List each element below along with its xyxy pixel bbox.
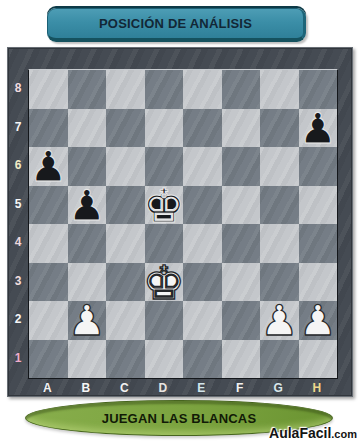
- piece-white-king[interactable]: ♚: [143, 259, 185, 306]
- square-e4[interactable]: [183, 224, 222, 263]
- square-e3[interactable]: [183, 263, 222, 302]
- square-e8[interactable]: [183, 70, 222, 109]
- rank-label-7: 7: [8, 108, 28, 147]
- credit-name: AulaFacil: [269, 425, 331, 441]
- square-f5[interactable]: [222, 186, 261, 225]
- square-a2[interactable]: [29, 301, 68, 340]
- file-label-e: E: [182, 378, 221, 397]
- square-b6[interactable]: [68, 147, 107, 186]
- square-d8[interactable]: [145, 70, 184, 109]
- piece-black-king[interactable]: ♚: [143, 182, 185, 229]
- square-c8[interactable]: [106, 70, 145, 109]
- square-c1[interactable]: [106, 340, 145, 379]
- square-f1[interactable]: [222, 340, 261, 379]
- piece-white-pawn[interactable]: ♟: [260, 300, 298, 342]
- square-e7[interactable]: [183, 109, 222, 148]
- square-e5[interactable]: [183, 186, 222, 225]
- square-c5[interactable]: [106, 186, 145, 225]
- file-label-b: B: [67, 378, 106, 397]
- square-d2[interactable]: [145, 301, 184, 340]
- square-a8[interactable]: [29, 70, 68, 109]
- square-h4[interactable]: [299, 224, 338, 263]
- file-label-a: A: [28, 378, 67, 397]
- chessboard-plaque: 87654321 ♟♟♟♚♚♟♟♟ ABCDEFGH: [7, 47, 353, 397]
- piece-white-pawn[interactable]: ♟: [68, 300, 106, 342]
- square-a7[interactable]: [29, 109, 68, 148]
- rank-label-2: 2: [8, 300, 28, 339]
- square-d3[interactable]: ♚: [145, 263, 184, 302]
- square-g3[interactable]: [260, 263, 299, 302]
- square-b5[interactable]: ♟: [68, 186, 107, 225]
- square-f4[interactable]: [222, 224, 261, 263]
- square-g2[interactable]: ♟: [260, 301, 299, 340]
- square-b4[interactable]: [68, 224, 107, 263]
- rank-label-1: 1: [8, 339, 28, 378]
- rank-label-8: 8: [8, 69, 28, 108]
- chessboard: ♟♟♟♚♚♟♟♟: [28, 69, 338, 379]
- square-b8[interactable]: [68, 70, 107, 109]
- file-label-c: C: [105, 378, 144, 397]
- square-f6[interactable]: [222, 147, 261, 186]
- file-label-f: F: [221, 378, 260, 397]
- square-g6[interactable]: [260, 147, 299, 186]
- rank-label-4: 4: [8, 223, 28, 262]
- page: { "game": "chess", "position": { "fen": …: [0, 0, 360, 443]
- square-h8[interactable]: [299, 70, 338, 109]
- square-a6[interactable]: ♟: [29, 147, 68, 186]
- piece-black-pawn[interactable]: ♟: [299, 108, 337, 150]
- credit-suffix: .com: [331, 428, 357, 440]
- file-label-g: G: [259, 378, 298, 397]
- square-b7[interactable]: [68, 109, 107, 148]
- square-f8[interactable]: [222, 70, 261, 109]
- square-g5[interactable]: [260, 186, 299, 225]
- square-g4[interactable]: [260, 224, 299, 263]
- square-f7[interactable]: [222, 109, 261, 148]
- file-label-d: D: [144, 378, 183, 397]
- file-label-h: H: [298, 378, 337, 397]
- square-g8[interactable]: [260, 70, 299, 109]
- square-f3[interactable]: [222, 263, 261, 302]
- rank-label-6: 6: [8, 146, 28, 185]
- square-g1[interactable]: [260, 340, 299, 379]
- square-h1[interactable]: [299, 340, 338, 379]
- square-a3[interactable]: [29, 263, 68, 302]
- square-e2[interactable]: [183, 301, 222, 340]
- square-h5[interactable]: [299, 186, 338, 225]
- aulafacil-credit: AulaFacil.com: [269, 425, 357, 441]
- piece-white-pawn[interactable]: ♟: [299, 300, 337, 342]
- square-c6[interactable]: [106, 147, 145, 186]
- square-c2[interactable]: [106, 301, 145, 340]
- square-d1[interactable]: [145, 340, 184, 379]
- square-a4[interactable]: [29, 224, 68, 263]
- square-a5[interactable]: [29, 186, 68, 225]
- square-h7[interactable]: ♟: [299, 109, 338, 148]
- side-to-move-label: JUEGAN LAS BLANCAS: [102, 411, 257, 426]
- square-b2[interactable]: ♟: [68, 301, 107, 340]
- rank-label-5: 5: [8, 185, 28, 224]
- square-c4[interactable]: [106, 224, 145, 263]
- piece-black-pawn[interactable]: ♟: [68, 185, 106, 227]
- analysis-title-banner: POSICIÓN DE ANÁLISIS: [47, 8, 306, 42]
- square-b3[interactable]: [68, 263, 107, 302]
- square-a1[interactable]: [29, 340, 68, 379]
- square-c3[interactable]: [106, 263, 145, 302]
- square-d5[interactable]: ♚: [145, 186, 184, 225]
- square-e1[interactable]: [183, 340, 222, 379]
- square-b1[interactable]: [68, 340, 107, 379]
- square-h3[interactable]: [299, 263, 338, 302]
- square-h2[interactable]: ♟: [299, 301, 338, 340]
- square-f2[interactable]: [222, 301, 261, 340]
- rank-labels: 87654321: [8, 69, 28, 377]
- square-h6[interactable]: [299, 147, 338, 186]
- page-title: POSICIÓN DE ANÁLISIS: [99, 16, 252, 31]
- square-c7[interactable]: [106, 109, 145, 148]
- square-d7[interactable]: [145, 109, 184, 148]
- square-e6[interactable]: [183, 147, 222, 186]
- piece-black-pawn[interactable]: ♟: [29, 146, 67, 188]
- rank-label-3: 3: [8, 262, 28, 301]
- square-g7[interactable]: [260, 109, 299, 148]
- file-labels: ABCDEFGH: [28, 378, 336, 397]
